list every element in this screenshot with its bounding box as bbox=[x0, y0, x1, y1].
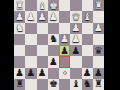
piece-white-rook-a1[interactable]: ♜ bbox=[94, 0, 103, 10]
square-g3[interactable] bbox=[25, 23, 36, 34]
square-g6[interactable] bbox=[25, 56, 36, 67]
square-f2[interactable]: ♟ bbox=[37, 11, 48, 22]
piece-black-pawn-g7[interactable]: ♟ bbox=[26, 68, 35, 78]
chess-app-window: ♜♝♚♜♟♟♟♟♛♝♞♟♟♞♟♟♟♟♛♟♟♟♟♟♟♜♚♝♞♜ bbox=[0, 0, 120, 90]
square-c3[interactable]: ♟ bbox=[70, 23, 81, 34]
square-h7[interactable]: ♟ bbox=[14, 68, 25, 79]
square-a8[interactable]: ♜ bbox=[93, 79, 104, 90]
square-d2[interactable] bbox=[59, 11, 70, 22]
square-e5[interactable] bbox=[48, 45, 59, 56]
chess-board: ♜♝♚♜♟♟♟♟♛♝♞♟♟♞♟♟♟♟♛♟♟♟♟♟♟♜♚♝♞♜ bbox=[14, 0, 104, 90]
square-h4[interactable] bbox=[14, 34, 25, 45]
piece-white-pawn-g2[interactable]: ♟ bbox=[26, 11, 35, 21]
square-c1[interactable] bbox=[70, 0, 81, 11]
square-d1[interactable] bbox=[59, 0, 70, 11]
square-e8[interactable]: ♚ bbox=[48, 79, 59, 90]
piece-black-knight-b8[interactable]: ♞ bbox=[83, 79, 92, 89]
square-e3[interactable] bbox=[48, 23, 59, 34]
piece-black-pawn-h7[interactable]: ♟ bbox=[15, 68, 24, 78]
square-b7[interactable]: ♟ bbox=[82, 68, 93, 79]
square-d5[interactable]: ♟ bbox=[59, 45, 70, 56]
piece-black-pawn-b7[interactable]: ♟ bbox=[83, 68, 92, 78]
piece-black-king-e8[interactable]: ♚ bbox=[49, 79, 58, 89]
square-a5[interactable]: ♛ bbox=[93, 45, 104, 56]
piece-black-rook-h8[interactable]: ♜ bbox=[15, 79, 24, 89]
piece-white-knight-h3[interactable]: ♞ bbox=[15, 23, 24, 33]
square-h2[interactable]: ♟ bbox=[14, 11, 25, 22]
piece-black-rook-a8[interactable]: ♜ bbox=[94, 79, 103, 89]
square-f7[interactable]: ♟ bbox=[37, 68, 48, 79]
square-h8[interactable]: ♜ bbox=[14, 79, 25, 90]
square-h3[interactable]: ♞ bbox=[14, 23, 25, 34]
square-f4[interactable] bbox=[37, 34, 48, 45]
square-c5[interactable]: ♟ bbox=[70, 45, 81, 56]
square-d7[interactable] bbox=[59, 68, 70, 79]
square-e4[interactable]: ♞ bbox=[48, 34, 59, 45]
piece-black-pawn-a7[interactable]: ♟ bbox=[94, 68, 103, 78]
square-a2[interactable] bbox=[93, 11, 104, 22]
piece-black-pawn-f7[interactable]: ♟ bbox=[38, 68, 47, 78]
piece-white-queen-c2[interactable]: ♛ bbox=[71, 11, 80, 21]
piece-white-pawn-d4[interactable]: ♟ bbox=[60, 34, 69, 44]
piece-black-pawn-d5[interactable]: ♟ bbox=[60, 45, 69, 55]
piece-white-pawn-f2[interactable]: ♟ bbox=[38, 11, 47, 21]
square-h6[interactable] bbox=[14, 56, 25, 67]
piece-black-pawn-e6[interactable]: ♟ bbox=[49, 56, 58, 66]
square-c4[interactable]: ♟ bbox=[70, 34, 81, 45]
square-f3[interactable] bbox=[37, 23, 48, 34]
square-d4[interactable]: ♟ bbox=[59, 34, 70, 45]
square-f8[interactable] bbox=[37, 79, 48, 90]
piece-black-bishop-c8[interactable]: ♝ bbox=[71, 79, 80, 89]
piece-white-rook-h1[interactable]: ♜ bbox=[15, 0, 24, 10]
piece-white-pawn-e2[interactable]: ♟ bbox=[49, 11, 58, 21]
square-c8[interactable]: ♝ bbox=[70, 79, 81, 90]
square-a7[interactable]: ♟ bbox=[93, 68, 104, 79]
square-d3[interactable] bbox=[59, 23, 70, 34]
left-black-bar bbox=[0, 0, 14, 90]
square-a6[interactable] bbox=[93, 56, 104, 67]
square-c6[interactable] bbox=[70, 56, 81, 67]
square-e2[interactable]: ♟ bbox=[48, 11, 59, 22]
square-g1[interactable] bbox=[25, 0, 36, 11]
square-g4[interactable] bbox=[25, 34, 36, 45]
square-b2[interactable]: ♝ bbox=[82, 11, 93, 22]
square-e7[interactable] bbox=[48, 68, 59, 79]
square-g8[interactable] bbox=[25, 79, 36, 90]
square-b4[interactable] bbox=[82, 34, 93, 45]
piece-white-pawn-h2[interactable]: ♟ bbox=[15, 11, 24, 21]
square-d8[interactable] bbox=[59, 79, 70, 90]
legal-move-dot-d7 bbox=[63, 71, 67, 75]
piece-white-bishop-f1[interactable]: ♝ bbox=[38, 0, 47, 10]
square-b5[interactable] bbox=[82, 45, 93, 56]
square-g5[interactable] bbox=[25, 45, 36, 56]
square-e1[interactable]: ♚ bbox=[48, 0, 59, 11]
square-c2[interactable]: ♛ bbox=[70, 11, 81, 22]
piece-white-pawn-c4[interactable]: ♟ bbox=[71, 34, 80, 44]
square-b1[interactable] bbox=[82, 0, 93, 11]
square-b8[interactable]: ♞ bbox=[82, 79, 93, 90]
square-f6[interactable] bbox=[37, 56, 48, 67]
square-f5[interactable] bbox=[37, 45, 48, 56]
square-a4[interactable] bbox=[93, 34, 104, 45]
piece-black-knight-e4[interactable]: ♞ bbox=[49, 34, 58, 44]
right-black-bar bbox=[104, 0, 120, 90]
square-f1[interactable]: ♝ bbox=[37, 0, 48, 11]
square-b6[interactable] bbox=[82, 56, 93, 67]
square-a3[interactable]: ♟ bbox=[93, 23, 104, 34]
square-c7[interactable] bbox=[70, 68, 81, 79]
square-b3[interactable] bbox=[82, 23, 93, 34]
piece-black-pawn-c5[interactable]: ♟ bbox=[71, 45, 80, 55]
square-h5[interactable] bbox=[14, 45, 25, 56]
square-g2[interactable]: ♟ bbox=[25, 11, 36, 22]
piece-white-bishop-b2[interactable]: ♝ bbox=[83, 11, 92, 21]
piece-black-queen-a5[interactable]: ♛ bbox=[94, 45, 103, 55]
square-h1[interactable]: ♜ bbox=[14, 0, 25, 11]
square-a1[interactable]: ♜ bbox=[93, 0, 104, 11]
square-e6[interactable]: ♟ bbox=[48, 56, 59, 67]
piece-white-pawn-c3[interactable]: ♟ bbox=[71, 23, 80, 33]
piece-white-pawn-a3[interactable]: ♟ bbox=[94, 23, 103, 33]
piece-white-king-e1[interactable]: ♚ bbox=[49, 0, 58, 10]
square-d6[interactable] bbox=[59, 56, 70, 67]
square-g7[interactable]: ♟ bbox=[25, 68, 36, 79]
